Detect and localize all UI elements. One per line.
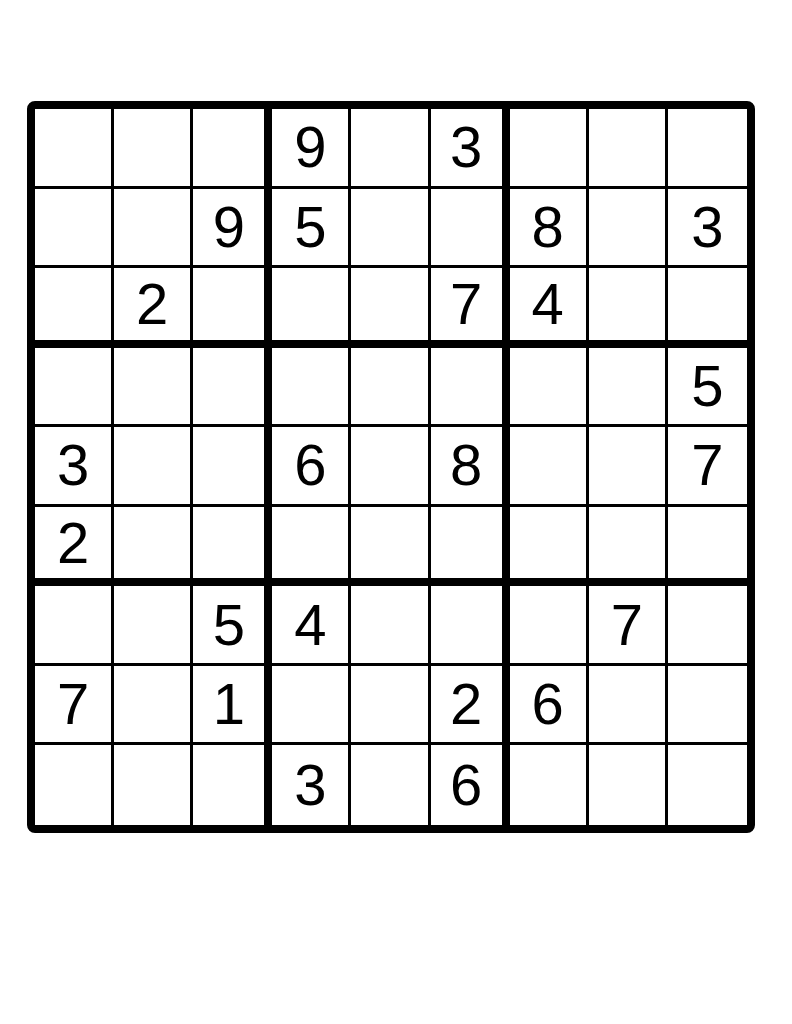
cell-r1c9[interactable]: [668, 109, 747, 189]
cell-r2c4[interactable]: 5: [272, 189, 351, 269]
cell-r7c8[interactable]: 7: [589, 586, 668, 666]
cell-r3c6[interactable]: 7: [431, 268, 510, 348]
sudoku-board: 939583274536872547712636: [27, 101, 755, 833]
cell-r3c2[interactable]: 2: [114, 268, 193, 348]
cell-r4c4[interactable]: [272, 348, 351, 428]
cell-r2c8[interactable]: [589, 189, 668, 269]
cell-r3c1[interactable]: [35, 268, 114, 348]
cell-r7c9[interactable]: [668, 586, 747, 666]
cell-r6c8[interactable]: [589, 507, 668, 587]
cell-r8c5[interactable]: [351, 666, 430, 746]
cell-r4c9[interactable]: 5: [668, 348, 747, 428]
cell-r9c2[interactable]: [114, 745, 193, 825]
cell-r7c3[interactable]: 5: [193, 586, 272, 666]
cell-r8c6[interactable]: 2: [431, 666, 510, 746]
cell-r5c8[interactable]: [589, 427, 668, 507]
cell-r5c4[interactable]: 6: [272, 427, 351, 507]
cell-r6c4[interactable]: [272, 507, 351, 587]
cell-r2c9[interactable]: 3: [668, 189, 747, 269]
cell-r9c6[interactable]: 6: [431, 745, 510, 825]
cell-r7c5[interactable]: [351, 586, 430, 666]
cell-r2c3[interactable]: 9: [193, 189, 272, 269]
cell-r3c8[interactable]: [589, 268, 668, 348]
cell-r5c5[interactable]: [351, 427, 430, 507]
cell-r4c1[interactable]: [35, 348, 114, 428]
cell-r5c2[interactable]: [114, 427, 193, 507]
cell-r4c6[interactable]: [431, 348, 510, 428]
cell-r1c1[interactable]: [35, 109, 114, 189]
cell-r7c7[interactable]: [510, 586, 589, 666]
cell-r5c9[interactable]: 7: [668, 427, 747, 507]
cell-r9c4[interactable]: 3: [272, 745, 351, 825]
cell-r4c8[interactable]: [589, 348, 668, 428]
cell-r6c2[interactable]: [114, 507, 193, 587]
cell-r1c7[interactable]: [510, 109, 589, 189]
cell-r7c2[interactable]: [114, 586, 193, 666]
cell-r6c3[interactable]: [193, 507, 272, 587]
cell-r1c2[interactable]: [114, 109, 193, 189]
cell-r5c7[interactable]: [510, 427, 589, 507]
cell-r5c1[interactable]: 3: [35, 427, 114, 507]
cell-r1c8[interactable]: [589, 109, 668, 189]
cell-r5c6[interactable]: 8: [431, 427, 510, 507]
cell-r6c6[interactable]: [431, 507, 510, 587]
cell-r6c5[interactable]: [351, 507, 430, 587]
cell-r9c9[interactable]: [668, 745, 747, 825]
cell-r8c7[interactable]: 6: [510, 666, 589, 746]
cell-r7c1[interactable]: [35, 586, 114, 666]
cell-r8c9[interactable]: [668, 666, 747, 746]
cell-r8c8[interactable]: [589, 666, 668, 746]
cell-r2c6[interactable]: [431, 189, 510, 269]
cell-r4c7[interactable]: [510, 348, 589, 428]
cell-r8c1[interactable]: 7: [35, 666, 114, 746]
cell-r8c4[interactable]: [272, 666, 351, 746]
cell-r9c7[interactable]: [510, 745, 589, 825]
cell-r7c6[interactable]: [431, 586, 510, 666]
cell-r1c4[interactable]: 9: [272, 109, 351, 189]
cell-r3c5[interactable]: [351, 268, 430, 348]
cell-r6c7[interactable]: [510, 507, 589, 587]
cell-r8c3[interactable]: 1: [193, 666, 272, 746]
cell-r3c3[interactable]: [193, 268, 272, 348]
cell-r3c9[interactable]: [668, 268, 747, 348]
cell-r5c3[interactable]: [193, 427, 272, 507]
cell-r3c4[interactable]: [272, 268, 351, 348]
cell-r4c3[interactable]: [193, 348, 272, 428]
cell-r4c2[interactable]: [114, 348, 193, 428]
cell-r9c8[interactable]: [589, 745, 668, 825]
cell-r6c9[interactable]: [668, 507, 747, 587]
cell-r2c7[interactable]: 8: [510, 189, 589, 269]
cell-r3c7[interactable]: 4: [510, 268, 589, 348]
cell-r9c3[interactable]: [193, 745, 272, 825]
cell-r4c5[interactable]: [351, 348, 430, 428]
cell-r1c3[interactable]: [193, 109, 272, 189]
cell-r2c1[interactable]: [35, 189, 114, 269]
cell-r6c1[interactable]: 2: [35, 507, 114, 587]
cell-r2c2[interactable]: [114, 189, 193, 269]
cell-r9c1[interactable]: [35, 745, 114, 825]
cell-r8c2[interactable]: [114, 666, 193, 746]
cell-r1c5[interactable]: [351, 109, 430, 189]
cell-r1c6[interactable]: 3: [431, 109, 510, 189]
page: 939583274536872547712636: [0, 0, 792, 1024]
cell-r9c5[interactable]: [351, 745, 430, 825]
cell-r2c5[interactable]: [351, 189, 430, 269]
cell-r7c4[interactable]: 4: [272, 586, 351, 666]
